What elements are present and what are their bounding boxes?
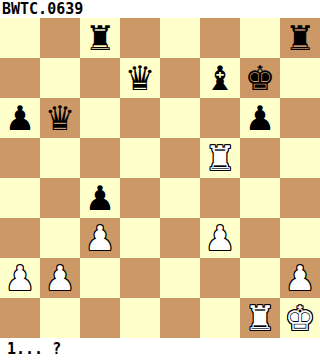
piece-black-pawn: ♟ xyxy=(245,98,275,138)
piece-black-king: ♚ xyxy=(245,58,275,98)
piece-white-pawn: ♟ xyxy=(45,258,75,298)
square-h7[interactable] xyxy=(280,58,320,98)
square-b6[interactable]: ♛ xyxy=(40,98,80,138)
piece-white-pawn: ♟ xyxy=(205,218,235,258)
square-g4[interactable] xyxy=(240,178,280,218)
square-e3[interactable] xyxy=(160,218,200,258)
chess-board: ♜♜♛♝♚♟♛♟♜♟♟♟♟♟♟♜♚ xyxy=(0,18,320,338)
piece-black-queen: ♛ xyxy=(45,98,75,138)
square-g6[interactable]: ♟ xyxy=(240,98,280,138)
square-b7[interactable] xyxy=(40,58,80,98)
piece-white-pawn: ♟ xyxy=(285,258,315,298)
piece-white-pawn: ♟ xyxy=(85,218,115,258)
square-e7[interactable] xyxy=(160,58,200,98)
square-b3[interactable] xyxy=(40,218,80,258)
square-c6[interactable] xyxy=(80,98,120,138)
square-f6[interactable] xyxy=(200,98,240,138)
square-g7[interactable]: ♚ xyxy=(240,58,280,98)
square-h8[interactable]: ♜ xyxy=(280,18,320,58)
square-g2[interactable] xyxy=(240,258,280,298)
square-a8[interactable] xyxy=(0,18,40,58)
square-e8[interactable] xyxy=(160,18,200,58)
square-c1[interactable] xyxy=(80,298,120,338)
piece-white-pawn: ♟ xyxy=(5,258,35,298)
square-h6[interactable] xyxy=(280,98,320,138)
square-f7[interactable]: ♝ xyxy=(200,58,240,98)
square-b2[interactable]: ♟ xyxy=(40,258,80,298)
square-c7[interactable] xyxy=(80,58,120,98)
square-d3[interactable] xyxy=(120,218,160,258)
piece-black-pawn: ♟ xyxy=(5,98,35,138)
square-a6[interactable]: ♟ xyxy=(0,98,40,138)
square-d1[interactable] xyxy=(120,298,160,338)
square-f5[interactable]: ♜ xyxy=(200,138,240,178)
square-g3[interactable] xyxy=(240,218,280,258)
piece-black-rook: ♜ xyxy=(85,18,115,58)
piece-black-bishop: ♝ xyxy=(205,58,235,98)
square-h3[interactable] xyxy=(280,218,320,258)
square-d7[interactable]: ♛ xyxy=(120,58,160,98)
piece-white-rook: ♜ xyxy=(205,138,235,178)
square-c2[interactable] xyxy=(80,258,120,298)
square-a2[interactable]: ♟ xyxy=(0,258,40,298)
square-c4[interactable]: ♟ xyxy=(80,178,120,218)
square-f1[interactable] xyxy=(200,298,240,338)
square-d6[interactable] xyxy=(120,98,160,138)
square-b5[interactable] xyxy=(40,138,80,178)
puzzle-title: BWTC.0639 xyxy=(0,0,320,18)
square-d8[interactable] xyxy=(120,18,160,58)
square-g1[interactable]: ♜ xyxy=(240,298,280,338)
square-h1[interactable]: ♚ xyxy=(280,298,320,338)
square-g8[interactable] xyxy=(240,18,280,58)
square-a3[interactable] xyxy=(0,218,40,258)
square-d4[interactable] xyxy=(120,178,160,218)
square-e2[interactable] xyxy=(160,258,200,298)
square-h5[interactable] xyxy=(280,138,320,178)
piece-white-rook: ♜ xyxy=(245,298,275,338)
square-a1[interactable] xyxy=(0,298,40,338)
piece-black-queen: ♛ xyxy=(125,58,155,98)
square-d5[interactable] xyxy=(120,138,160,178)
square-f3[interactable]: ♟ xyxy=(200,218,240,258)
square-d2[interactable] xyxy=(120,258,160,298)
piece-black-pawn: ♟ xyxy=(85,178,115,218)
square-e4[interactable] xyxy=(160,178,200,218)
square-a5[interactable] xyxy=(0,138,40,178)
square-f2[interactable] xyxy=(200,258,240,298)
square-h4[interactable] xyxy=(280,178,320,218)
square-a4[interactable] xyxy=(0,178,40,218)
square-g5[interactable] xyxy=(240,138,280,178)
square-h2[interactable]: ♟ xyxy=(280,258,320,298)
square-c5[interactable] xyxy=(80,138,120,178)
square-a7[interactable] xyxy=(0,58,40,98)
square-b8[interactable] xyxy=(40,18,80,58)
square-e1[interactable] xyxy=(160,298,200,338)
square-c8[interactable]: ♜ xyxy=(80,18,120,58)
square-e5[interactable] xyxy=(160,138,200,178)
square-f8[interactable] xyxy=(200,18,240,58)
square-b4[interactable] xyxy=(40,178,80,218)
chess-puzzle-window: BWTC.0639 ♜♜♛♝♚♟♛♟♜♟♟♟♟♟♟♜♚ 1... ? xyxy=(0,0,320,360)
square-f4[interactable] xyxy=(200,178,240,218)
square-c3[interactable]: ♟ xyxy=(80,218,120,258)
move-prompt: 1... ? xyxy=(0,338,320,360)
piece-black-rook: ♜ xyxy=(285,18,315,58)
piece-white-king: ♚ xyxy=(285,298,315,338)
square-e6[interactable] xyxy=(160,98,200,138)
square-b1[interactable] xyxy=(40,298,80,338)
